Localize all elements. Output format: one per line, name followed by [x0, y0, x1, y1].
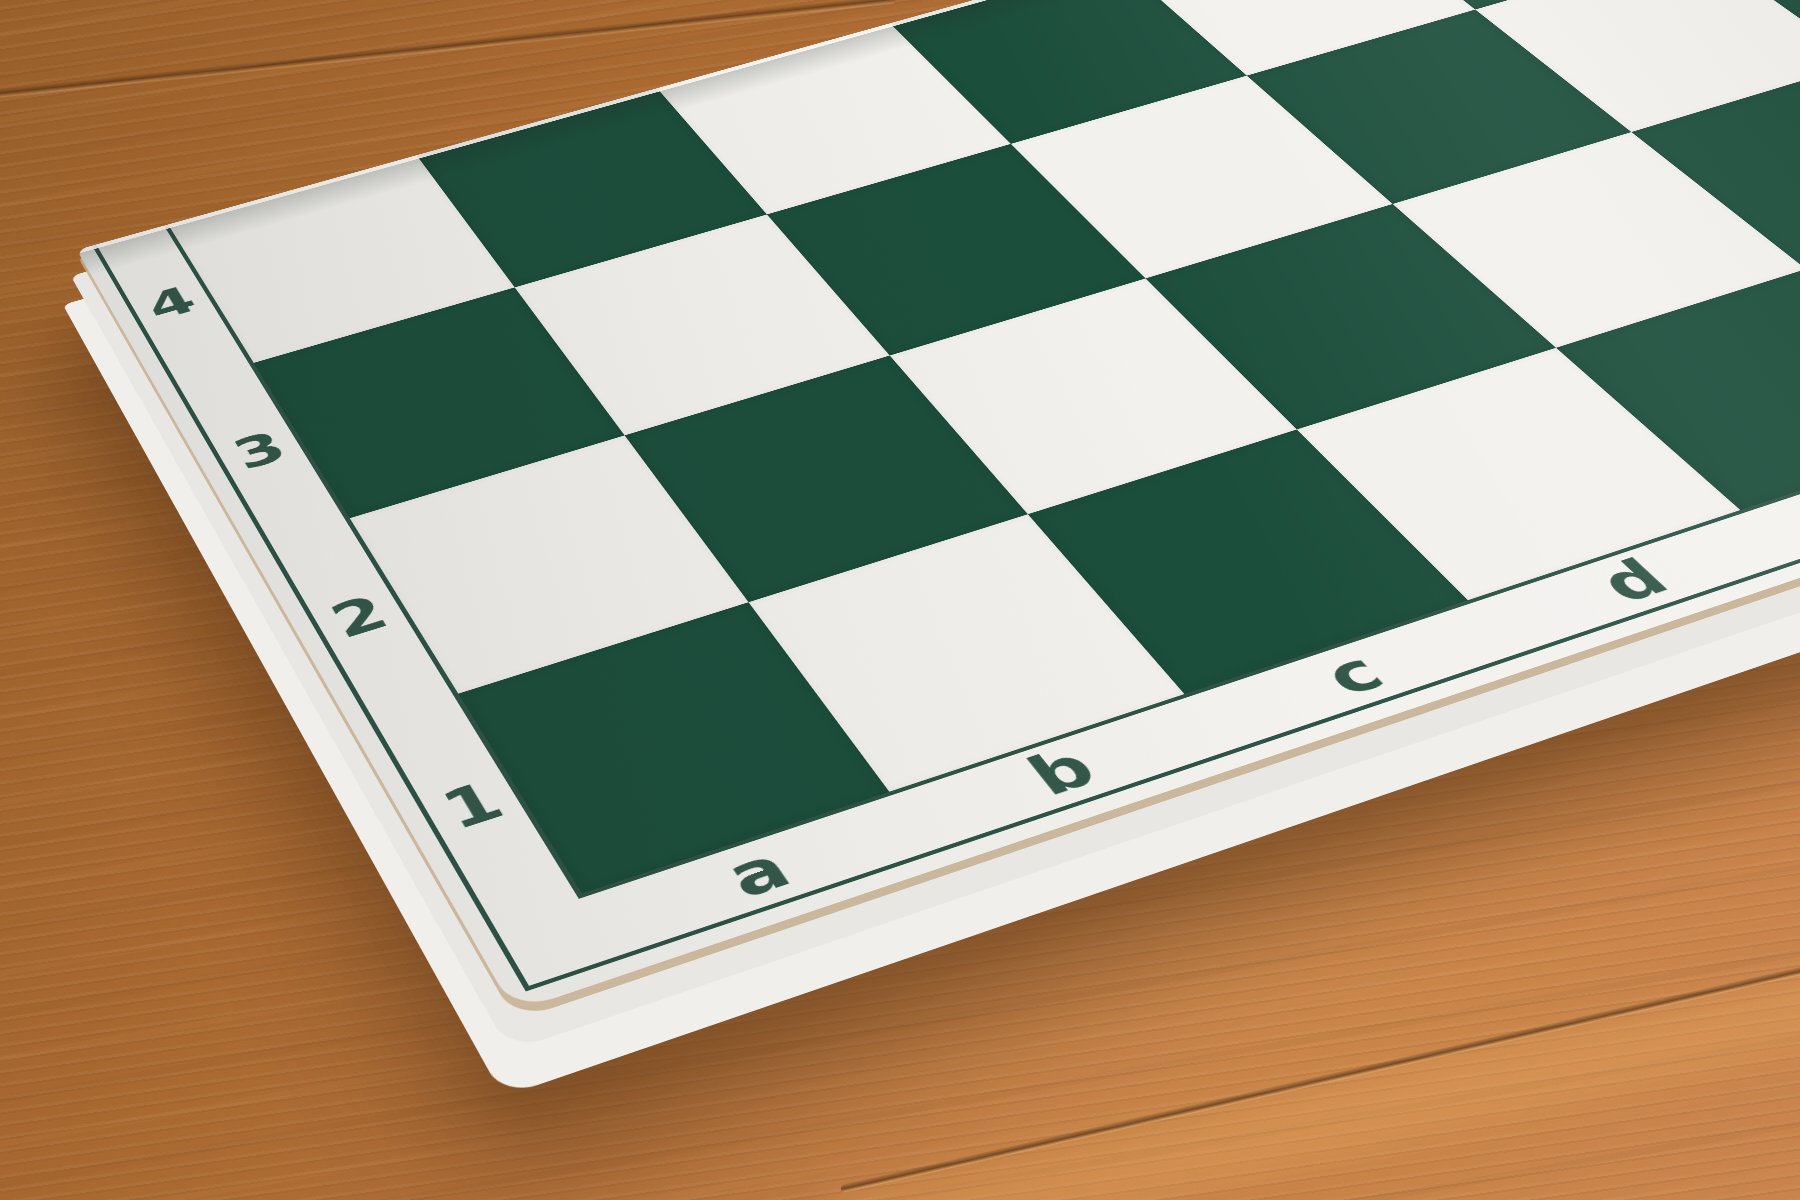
photo-of-chessboard: 4321 abcd: [0, 0, 1800, 1200]
